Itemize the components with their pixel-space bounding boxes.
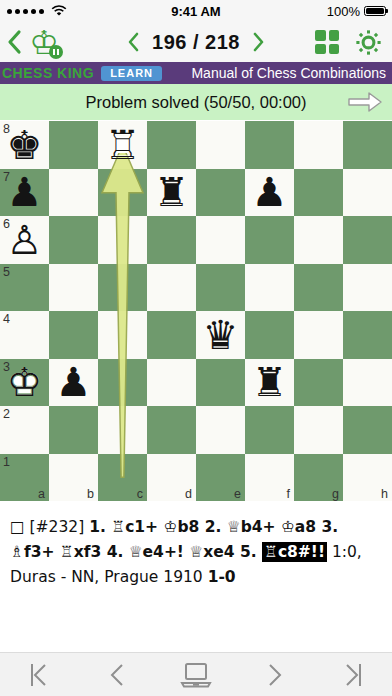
piece-black-rook-f3[interactable]: ♜ [245,359,294,407]
notation-segment: 1-0 [208,568,236,586]
piece-black-queen-e4[interactable]: ♛ [196,311,245,359]
nav-bar: ♔ 196 / 218 [0,22,392,62]
autoplay-device-button[interactable] [157,653,235,696]
bottom-toolbar [0,652,392,696]
course-title: Manual of Chess Combinations [191,65,386,81]
piece-black-pawn-f7[interactable]: ♟ [245,169,294,217]
brand-bar: CHESS KING LEARN Manual of Chess Combina… [0,62,392,84]
piece-black-king-a8[interactable]: ♚ [0,121,49,169]
notation-segment: □ [#232] [10,518,89,536]
chess-board: 87654321abcdefgh ♚♜♖♟♜♟♟♙♛♚♔♟♜ [0,121,392,501]
go-first-button[interactable] [0,653,78,696]
settings-gear-icon[interactable] [355,29,382,56]
problem-list-grid-icon[interactable] [315,30,339,54]
status-banner: Problem solved (50/50, 00:00) [0,84,392,120]
app-screen: 9:41 AM 100% ♔ 196 / 218 [0,0,392,696]
go-last-button[interactable] [314,653,392,696]
learn-badge: LEARN [101,66,162,81]
next-arrow-icon[interactable] [346,91,384,113]
piece-black-pawn-b3[interactable]: ♟ [49,359,98,407]
piece-white-king-a3[interactable]: ♚♔ [0,359,49,407]
prev-problem-chevron-icon[interactable] [127,32,140,52]
clock-time: 9:41 AM [0,4,392,19]
move-notation: □ [#232] 1. ♖c1+ ♔b8 2. ♕b4+ ♔a8 3. ♗f3+… [0,501,392,652]
piece-white-rook-c8[interactable]: ♜♖ [98,121,147,169]
piece-black-pawn-a7[interactable]: ♟ [0,169,49,217]
problem-counter: 196 / 218 [152,31,240,54]
piece-white-pawn-a6[interactable]: ♟♙ [0,216,49,264]
next-problem-chevron-icon[interactable] [252,32,265,52]
status-bar: 9:41 AM 100% [0,0,392,22]
go-previous-button[interactable] [78,653,156,696]
current-move-highlight[interactable]: ♖c8#!! [262,542,327,562]
chess-king-logo[interactable]: ♔ [24,23,64,61]
brand-logo-text: CHESS KING [2,65,94,81]
battery-icon [364,6,386,17]
piece-black-rook-d7[interactable]: ♜ [147,169,196,217]
status-banner-text: Problem solved (50/50, 00:00) [85,93,306,112]
back-chevron-icon[interactable] [6,29,22,55]
go-next-button[interactable] [235,653,313,696]
pause-badge-icon [49,45,63,59]
